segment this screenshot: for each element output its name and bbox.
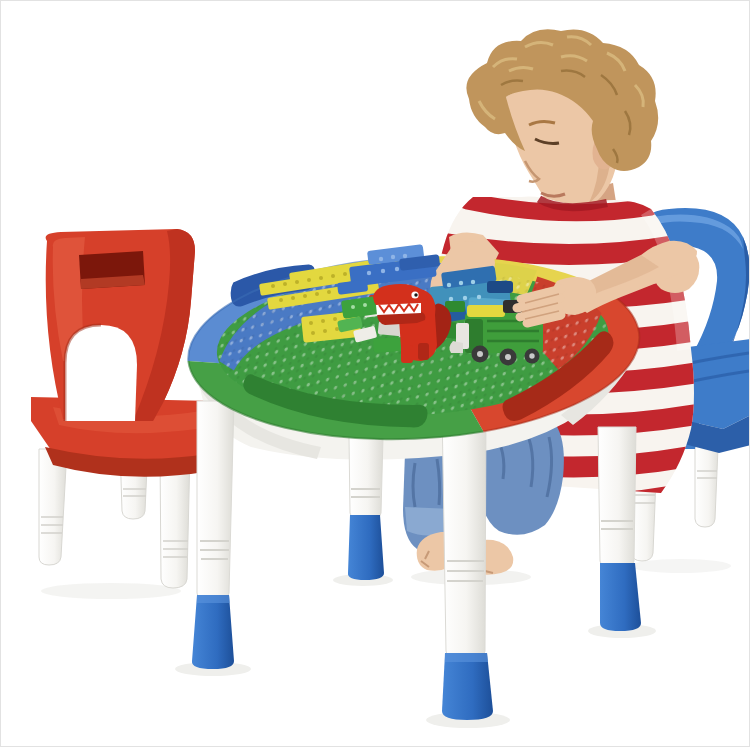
product-photo <box>0 0 750 747</box>
scene-canvas <box>1 1 750 747</box>
red-chair-backrest <box>46 229 195 421</box>
red-chair-arch-cutout <box>65 325 137 421</box>
